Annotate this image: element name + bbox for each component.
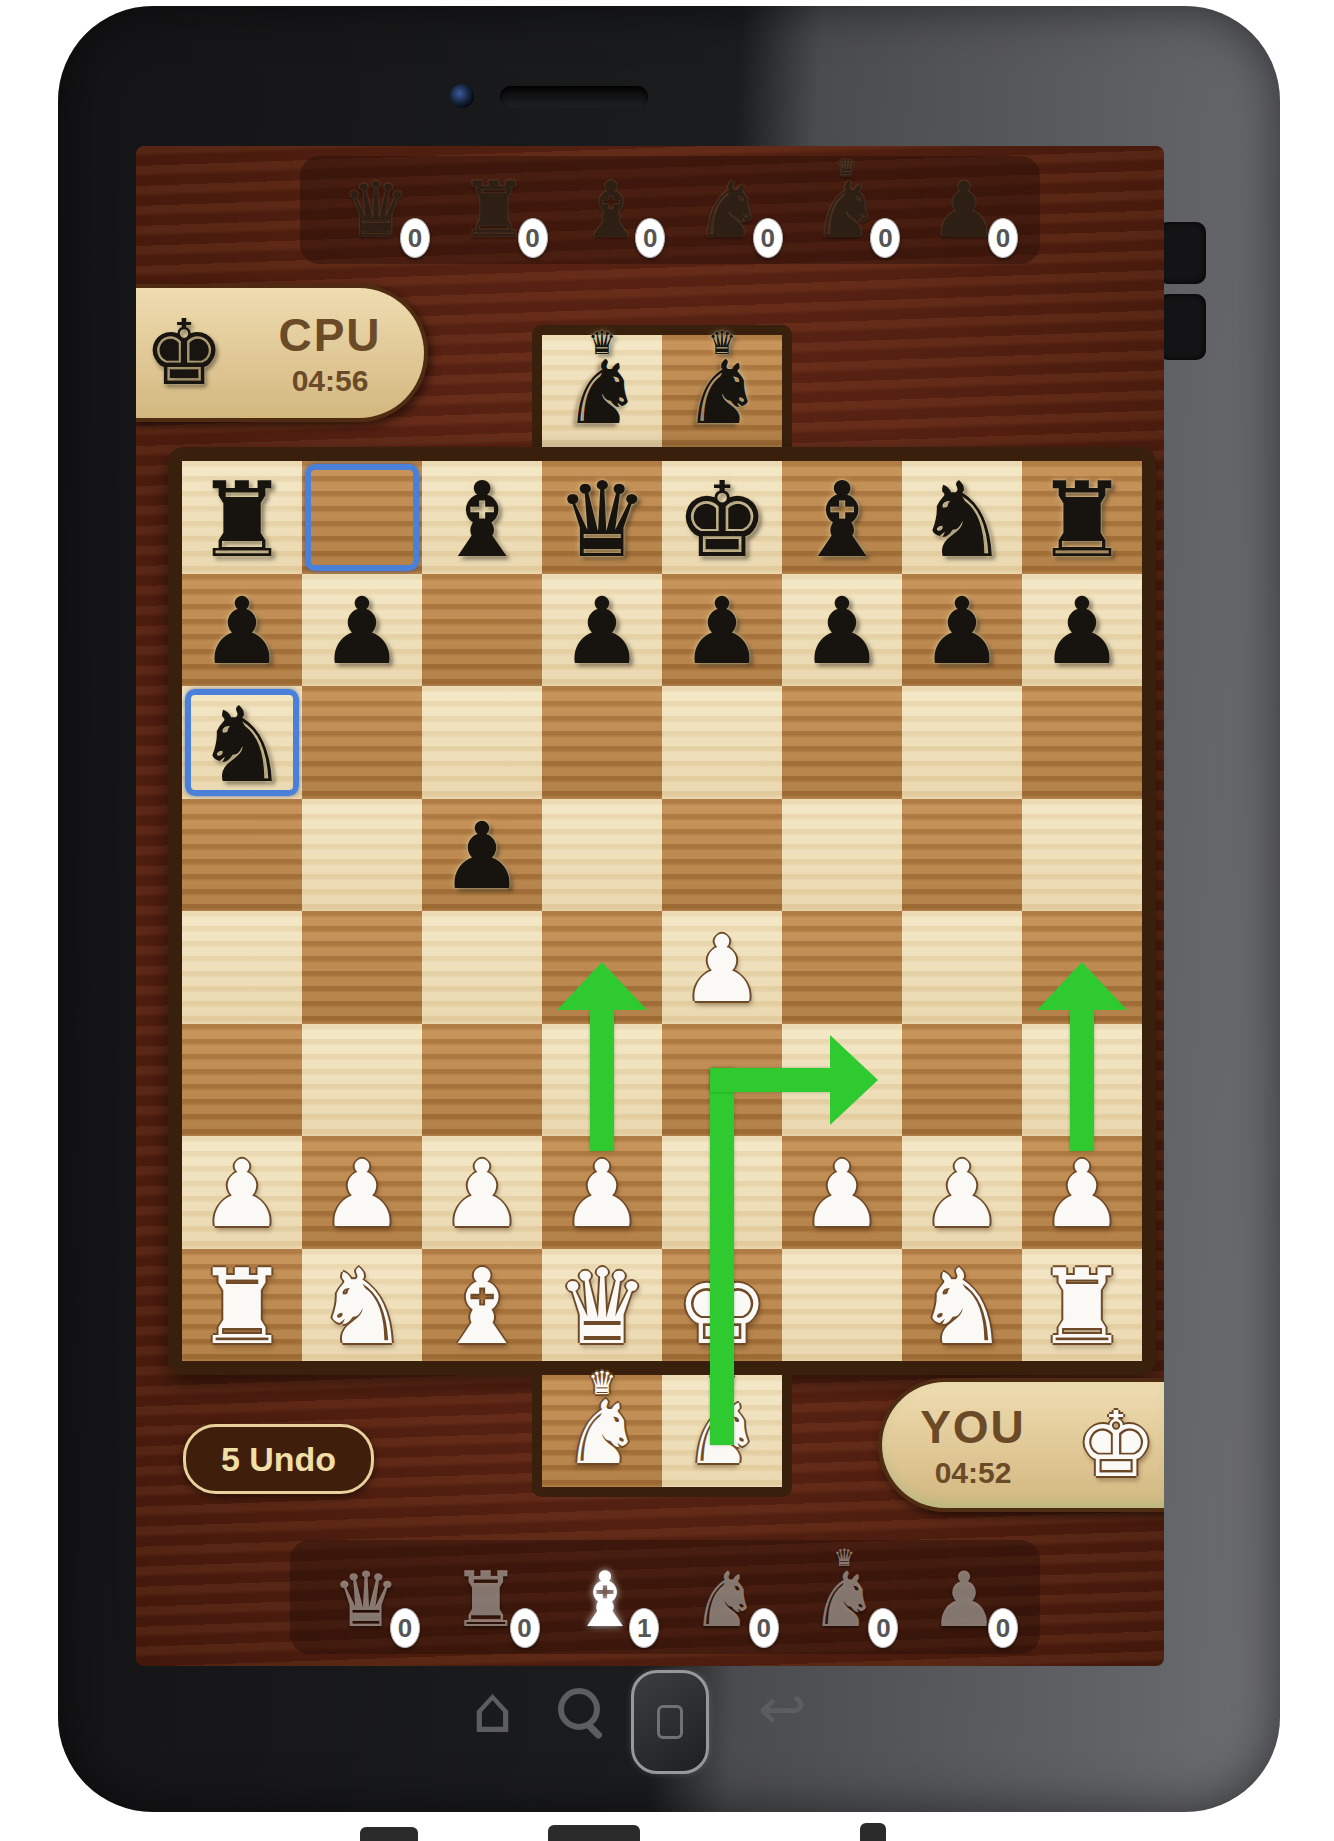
hint-arrow-h-file-head <box>1037 962 1127 1010</box>
black-bishop[interactable]: ♝ <box>782 464 902 576</box>
you-label: YOU <box>882 1400 1064 1454</box>
square-c7[interactable] <box>422 574 542 687</box>
hint-arrow-d-file-shaft <box>590 1010 614 1151</box>
hint-arrow-h-file-shaft <box>1070 1010 1094 1151</box>
captured-slot-pawn: ♟0 <box>918 1554 1010 1646</box>
black-king[interactable]: ♚ <box>662 464 782 576</box>
captured-count: 0 <box>510 1608 540 1648</box>
search-lens <box>558 1688 600 1730</box>
square-h5[interactable] <box>1022 799 1142 912</box>
square-c2[interactable]: ♟ <box>422 1136 542 1249</box>
black-pawn[interactable]: ♟ <box>182 576 302 688</box>
front-camera <box>450 84 474 108</box>
reserve-cell[interactable]: ♞♛ <box>662 335 782 447</box>
black-pawn[interactable]: ♟ <box>1022 576 1142 688</box>
home-button-glyph <box>657 1705 683 1739</box>
chess-board: ♜♝♛♚♝♞♜♟♟♟♟♟♟♟♞♟♟♟♟♟♟♟♟♟♜♞♝♛♚♞♜ <box>168 447 1156 1375</box>
square-c5[interactable]: ♟ <box>422 799 542 912</box>
hint-arrow-bent-head <box>830 1035 878 1125</box>
speaker-grille <box>500 86 648 108</box>
hint-arrow-bent-vertical-shaft <box>710 1068 734 1445</box>
black-pawn[interactable]: ♟ <box>782 576 902 688</box>
giraffe-crown: ♛ <box>708 327 737 359</box>
captured-slot-knight: ♞0 <box>683 164 775 256</box>
side-button-bottom <box>1158 294 1206 360</box>
square-d7[interactable]: ♟ <box>542 574 662 687</box>
black-pawn[interactable]: ♟ <box>902 576 1022 688</box>
cutoff-caption-strip <box>0 1812 1334 1841</box>
square-g7[interactable]: ♟ <box>902 574 1022 687</box>
captured-slot-crowned-knight: ♞♛0 <box>798 1554 890 1646</box>
square-d2[interactable]: ♟ <box>542 1136 662 1249</box>
square-c8[interactable]: ♝ <box>422 461 542 574</box>
black-pawn[interactable]: ♟ <box>662 576 782 688</box>
undo-button[interactable]: 5 Undo <box>183 1424 374 1494</box>
giraffe-crown: ♛ <box>588 1367 617 1399</box>
white-knight[interactable]: ♞ <box>302 1251 422 1363</box>
square-c1[interactable]: ♝ <box>422 1249 542 1362</box>
search-icon[interactable] <box>558 1688 604 1734</box>
captured-tray-white: ♛0♜0♝1♞0♞♛0♟0 <box>290 1540 1040 1654</box>
black-knight[interactable]: ♞ <box>182 689 302 801</box>
black-king-icon: ♚ <box>136 303 236 403</box>
white-pawn[interactable]: ♟ <box>662 914 782 1026</box>
square-h2[interactable]: ♟ <box>1022 1136 1142 1249</box>
square-g4[interactable] <box>902 911 1022 1024</box>
captured-count: 0 <box>400 218 430 258</box>
search-handle <box>586 1722 604 1740</box>
captured-count: 0 <box>749 1608 779 1648</box>
square-d5[interactable] <box>542 799 662 912</box>
black-pawn[interactable]: ♟ <box>542 576 662 688</box>
hint-arrow-bent-horizontal-arm <box>710 1068 830 1092</box>
cpu-label: CPU <box>236 308 424 362</box>
black-rook[interactable]: ♜ <box>182 464 302 576</box>
caption-fragment <box>360 1827 418 1841</box>
hint-arrow-d-file-head <box>557 962 647 1010</box>
square-b7[interactable]: ♟ <box>302 574 422 687</box>
captured-slot-queen: ♛0 <box>320 1554 412 1646</box>
white-knight[interactable]: ♞ <box>902 1251 1022 1363</box>
captured-count: 0 <box>753 218 783 258</box>
crown-icon: ♛ <box>836 156 858 180</box>
square-f5[interactable] <box>782 799 902 912</box>
black-rook[interactable]: ♜ <box>1022 464 1142 576</box>
square-e6[interactable] <box>662 686 782 799</box>
square-c3[interactable] <box>422 1024 542 1137</box>
captured-slot-pawn: ♟0 <box>918 164 1010 256</box>
white-queen[interactable]: ♛ <box>542 1251 662 1363</box>
side-button-top <box>1158 222 1206 284</box>
white-pawn[interactable]: ♟ <box>542 1139 662 1251</box>
giraffe-crown: ♛ <box>588 327 617 359</box>
square-b6[interactable] <box>302 686 422 799</box>
reserve-cell[interactable]: ♞♛ <box>542 1375 662 1487</box>
white-pawn[interactable]: ♟ <box>422 1139 542 1251</box>
black-crowned-knight[interactable]: ♞♛ <box>542 331 662 449</box>
back-icon[interactable]: ↩ <box>758 1680 807 1738</box>
captured-slot-queen: ♛0 <box>330 164 422 256</box>
white-bishop[interactable]: ♝ <box>422 1251 542 1363</box>
captured-count: 0 <box>868 1608 898 1648</box>
square-c6[interactable] <box>422 686 542 799</box>
reserve-cell[interactable]: ♞♛ <box>542 335 662 447</box>
square-f8[interactable]: ♝ <box>782 461 902 574</box>
square-b8[interactable] <box>302 461 422 574</box>
captured-count: 0 <box>870 218 900 258</box>
captured-slot-knight: ♞0 <box>679 1554 771 1646</box>
captured-count: 0 <box>518 218 548 258</box>
square-a5[interactable] <box>182 799 302 912</box>
square-a7[interactable]: ♟ <box>182 574 302 687</box>
square-a8[interactable]: ♜ <box>182 461 302 574</box>
undo-label: 5 Undo <box>221 1440 336 1479</box>
square-g6[interactable] <box>902 686 1022 799</box>
crown-icon: ♛ <box>834 1546 856 1570</box>
board-grid: ♜♝♛♚♝♞♜♟♟♟♟♟♟♟♞♟♟♟♟♟♟♟♟♟♜♞♝♛♚♞♜ <box>182 461 1142 1361</box>
caption-fragment <box>548 1825 640 1841</box>
square-g2[interactable]: ♟ <box>902 1136 1022 1249</box>
square-b5[interactable] <box>302 799 422 912</box>
captured-count: 0 <box>988 1608 1018 1648</box>
white-king-icon: ♚ <box>1064 1395 1164 1495</box>
app-screen: ♛0♜0♝0♞0♞♛0♟0 ♚ CPU 04:56 ♞♛♞♛ ♜♝♛♚♝♞♜♟♟… <box>136 146 1164 1666</box>
square-f1[interactable] <box>782 1249 902 1362</box>
square-b4[interactable] <box>302 911 422 1024</box>
square-b1[interactable]: ♞ <box>302 1249 422 1362</box>
black-reserve-box: ♞♛♞♛ <box>532 325 792 447</box>
captured-count: 0 <box>390 1608 420 1648</box>
cpu-timer: 04:56 <box>236 364 424 398</box>
square-d8[interactable]: ♛ <box>542 461 662 574</box>
captured-count: 1 <box>629 1608 659 1648</box>
physical-home-button[interactable] <box>631 1670 709 1774</box>
tablet-frame: ♛0♜0♝0♞0♞♛0♟0 ♚ CPU 04:56 ♞♛♞♛ ♜♝♛♚♝♞♜♟♟… <box>58 6 1280 1812</box>
square-h7[interactable]: ♟ <box>1022 574 1142 687</box>
you-player-plaque: YOU 04:52 ♚ <box>878 1378 1164 1512</box>
square-a1[interactable]: ♜ <box>182 1249 302 1362</box>
square-e5[interactable] <box>662 799 782 912</box>
caption-fragment <box>860 1823 886 1841</box>
cpu-player-plaque: ♚ CPU 04:56 <box>136 284 428 422</box>
black-crowned-knight[interactable]: ♞♛ <box>662 331 782 449</box>
black-pawn[interactable]: ♟ <box>302 576 422 688</box>
square-a4[interactable] <box>182 911 302 1024</box>
last-move-highlight <box>305 464 419 571</box>
square-g5[interactable] <box>902 799 1022 912</box>
square-e8[interactable]: ♚ <box>662 461 782 574</box>
square-a6[interactable]: ♞ <box>182 686 302 799</box>
square-d1[interactable]: ♛ <box>542 1249 662 1362</box>
square-g3[interactable] <box>902 1024 1022 1137</box>
square-h8[interactable]: ♜ <box>1022 461 1142 574</box>
square-a3[interactable] <box>182 1024 302 1137</box>
white-pawn[interactable]: ♟ <box>302 1139 422 1251</box>
square-d6[interactable] <box>542 686 662 799</box>
square-f4[interactable] <box>782 911 902 1024</box>
square-f6[interactable] <box>782 686 902 799</box>
square-g8[interactable]: ♞ <box>902 461 1022 574</box>
square-f7[interactable]: ♟ <box>782 574 902 687</box>
home-icon[interactable]: ⌂ <box>472 1678 513 1742</box>
you-timer: 04:52 <box>882 1456 1064 1490</box>
square-e4[interactable]: ♟ <box>662 911 782 1024</box>
white-crowned-knight[interactable]: ♞♛ <box>542 1371 662 1489</box>
white-reserve-box: ♞♛♞♛ <box>532 1375 792 1497</box>
white-pawn[interactable]: ♟ <box>902 1139 1022 1251</box>
square-e7[interactable]: ♟ <box>662 574 782 687</box>
black-knight[interactable]: ♞ <box>902 464 1022 576</box>
captured-slot-crowned-knight: ♞♛0 <box>800 164 892 256</box>
black-queen[interactable]: ♛ <box>542 464 662 576</box>
square-b3[interactable] <box>302 1024 422 1137</box>
captured-slot-bishop: ♝0 <box>565 164 657 256</box>
captured-tray-black: ♛0♜0♝0♞0♞♛0♟0 <box>300 156 1040 264</box>
captured-count: 0 <box>635 218 665 258</box>
white-pawn[interactable]: ♟ <box>182 1139 302 1251</box>
square-b2[interactable]: ♟ <box>302 1136 422 1249</box>
white-pawn[interactable]: ♟ <box>782 1139 902 1251</box>
square-h1[interactable]: ♜ <box>1022 1249 1142 1362</box>
square-f2[interactable]: ♟ <box>782 1136 902 1249</box>
square-h6[interactable] <box>1022 686 1142 799</box>
captured-slot-bishop: ♝1 <box>559 1554 651 1646</box>
black-pawn[interactable]: ♟ <box>422 801 542 913</box>
square-a2[interactable]: ♟ <box>182 1136 302 1249</box>
captured-slot-rook: ♜0 <box>440 1554 532 1646</box>
captured-count: 0 <box>988 218 1018 258</box>
black-bishop[interactable]: ♝ <box>422 464 542 576</box>
square-c4[interactable] <box>422 911 542 1024</box>
captured-slot-rook: ♜0 <box>448 164 540 256</box>
square-g1[interactable]: ♞ <box>902 1249 1022 1362</box>
white-rook[interactable]: ♜ <box>182 1251 302 1363</box>
white-pawn[interactable]: ♟ <box>1022 1139 1142 1251</box>
white-rook[interactable]: ♜ <box>1022 1251 1142 1363</box>
